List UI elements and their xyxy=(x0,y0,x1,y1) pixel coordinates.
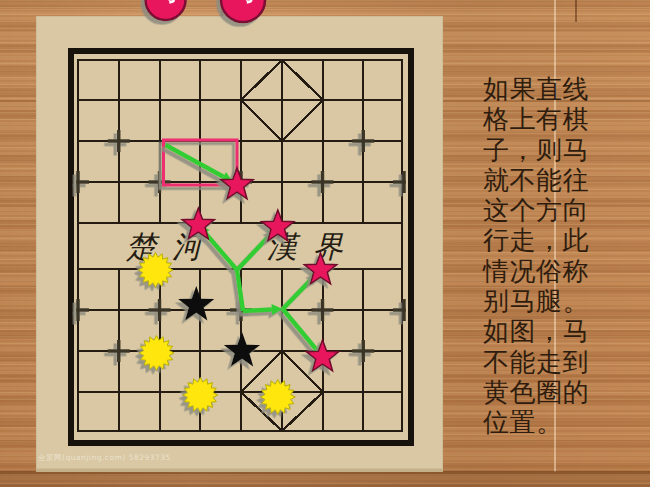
board-cell xyxy=(240,99,281,140)
board-cell xyxy=(159,391,200,432)
board-cell xyxy=(118,350,159,391)
slide: 楚河 漢界 马马 如果直线 格上有棋 子，则马 就不能往 这个方向 行走，此 情… xyxy=(0,0,650,487)
board-cell xyxy=(159,59,200,99)
board-cell xyxy=(240,181,281,222)
board-cell xyxy=(199,99,240,140)
board-cell xyxy=(281,99,322,140)
board-cell xyxy=(199,391,240,432)
board-cell xyxy=(322,350,363,391)
horse-label: 马 xyxy=(154,0,178,6)
board-cell xyxy=(77,268,118,309)
board-cell xyxy=(77,222,118,268)
board-cell xyxy=(362,140,403,181)
river-label-right: 漢界 xyxy=(267,227,359,268)
horse-label: 马 xyxy=(231,0,255,6)
board-cell xyxy=(281,59,322,99)
board-cell xyxy=(281,350,322,391)
board-cell xyxy=(362,391,403,432)
board-cell xyxy=(240,350,281,391)
board-cell xyxy=(362,59,403,99)
board-cell xyxy=(77,99,118,140)
wood-grain-streak xyxy=(575,0,577,22)
board-cell xyxy=(322,391,363,432)
board-cell xyxy=(322,268,363,309)
board-cell xyxy=(281,309,322,350)
board-cell xyxy=(281,391,322,432)
board-cell xyxy=(118,99,159,140)
board-cell xyxy=(240,309,281,350)
board-cell xyxy=(159,99,200,140)
board-cell xyxy=(199,350,240,391)
board-cell xyxy=(322,59,363,99)
board-cell xyxy=(118,181,159,222)
board-cell xyxy=(159,268,200,309)
board-cell xyxy=(77,140,118,181)
board-cell xyxy=(118,391,159,432)
board-cell xyxy=(77,309,118,350)
wood-grain-streak xyxy=(221,0,223,17)
board-cell xyxy=(281,181,322,222)
board-cell xyxy=(77,59,118,99)
board-cell xyxy=(362,309,403,350)
explanation-text: 如果直线 格上有棋 子，则马 就不能往 这个方向 行走，此 情况俗称 别马腿。 … xyxy=(483,74,647,438)
board-cell xyxy=(77,350,118,391)
board-cell xyxy=(281,268,322,309)
board-cell xyxy=(322,140,363,181)
board-cell xyxy=(159,309,200,350)
wood-plank-edge xyxy=(0,473,650,487)
board-cell xyxy=(118,59,159,99)
watermark: 全景网(quanjing.com) 58293735 xyxy=(38,453,171,463)
board-cell xyxy=(118,140,159,181)
board-cell xyxy=(118,309,159,350)
board-cell xyxy=(199,59,240,99)
board-cell xyxy=(281,140,322,181)
board-cell xyxy=(240,391,281,432)
board-cell xyxy=(77,391,118,432)
board-cell xyxy=(240,59,281,99)
board-cell xyxy=(199,268,240,309)
river-label-left: 楚河 xyxy=(126,227,218,268)
board-cell xyxy=(362,99,403,140)
board-cell xyxy=(159,140,200,181)
board-cell xyxy=(199,181,240,222)
board-cell xyxy=(362,222,403,268)
board-cell xyxy=(240,140,281,181)
board-cell xyxy=(159,350,200,391)
board-cell xyxy=(159,181,200,222)
board-cell xyxy=(240,268,281,309)
board-cell xyxy=(199,309,240,350)
board-cell xyxy=(322,181,363,222)
board-cell xyxy=(77,181,118,222)
board-cell xyxy=(362,181,403,222)
board-cell xyxy=(362,268,403,309)
board-cell xyxy=(322,309,363,350)
board-cell xyxy=(322,99,363,140)
board-cell xyxy=(118,268,159,309)
board-cell xyxy=(362,350,403,391)
board-cell xyxy=(199,140,240,181)
